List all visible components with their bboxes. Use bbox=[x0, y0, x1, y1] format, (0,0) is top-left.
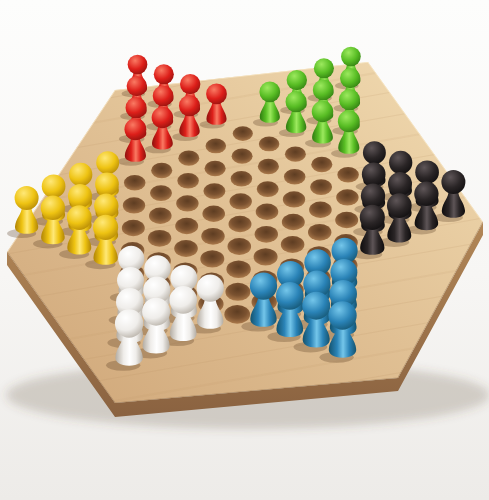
peg-head bbox=[312, 101, 333, 122]
peg-head bbox=[339, 89, 360, 110]
hole-c6-i3[interactable] bbox=[177, 173, 199, 189]
hole-c8-i6[interactable] bbox=[226, 260, 250, 278]
peg-head bbox=[415, 160, 439, 184]
peg-head bbox=[389, 151, 412, 174]
product-photo bbox=[0, 0, 489, 500]
hole-c9-i1[interactable] bbox=[259, 137, 280, 152]
peg-head bbox=[93, 215, 118, 240]
peg-head bbox=[96, 151, 119, 174]
peg-head bbox=[95, 172, 119, 196]
peg-head bbox=[124, 118, 146, 140]
peg-head bbox=[362, 162, 386, 186]
peg-head bbox=[94, 194, 118, 218]
peg-head bbox=[179, 95, 200, 116]
peg-head bbox=[197, 274, 224, 301]
peg-head bbox=[126, 97, 147, 118]
hole-c6-i5[interactable] bbox=[175, 218, 198, 235]
hole-c5-i5[interactable] bbox=[149, 208, 172, 224]
peg-head bbox=[287, 70, 307, 90]
hole-c12-i4[interactable] bbox=[337, 167, 359, 183]
peg-head bbox=[360, 205, 385, 230]
peg-head bbox=[259, 82, 280, 103]
peg-head bbox=[328, 301, 356, 329]
hole-c9-i6[interactable] bbox=[254, 248, 278, 265]
hole-c10-i6[interactable] bbox=[281, 236, 305, 253]
hole-c10-i5[interactable] bbox=[282, 214, 305, 231]
peg-head bbox=[68, 184, 92, 208]
hole-c11-i4[interactable] bbox=[310, 179, 332, 195]
hole-c4-i6[interactable] bbox=[122, 220, 145, 237]
hole-c8-i3[interactable] bbox=[230, 193, 252, 209]
peg-head bbox=[341, 47, 361, 67]
hole-c9-i3[interactable] bbox=[257, 181, 279, 197]
hole-c7-i4[interactable] bbox=[202, 206, 225, 222]
peg-head bbox=[128, 55, 148, 75]
hole-c8-i5[interactable] bbox=[228, 238, 252, 255]
chinese-checkers-board bbox=[0, 0, 489, 500]
hole-c8-i2[interactable] bbox=[231, 171, 253, 187]
peg-head bbox=[153, 86, 174, 107]
hole-c10-i4[interactable] bbox=[283, 191, 305, 207]
hole-c6-i6[interactable] bbox=[174, 240, 198, 257]
hole-c7-i1[interactable] bbox=[206, 139, 227, 154]
peg-head bbox=[361, 184, 385, 208]
peg-head bbox=[286, 91, 307, 112]
hole-c10-i2[interactable] bbox=[285, 147, 306, 162]
hole-c11-i3[interactable] bbox=[311, 157, 332, 172]
peg-head bbox=[169, 286, 197, 314]
hole-c6-i4[interactable] bbox=[176, 195, 198, 211]
hole-c9-i2[interactable] bbox=[258, 159, 279, 174]
peg-head bbox=[302, 292, 330, 320]
peg-head bbox=[127, 76, 147, 96]
hole-c10-i3[interactable] bbox=[284, 169, 306, 185]
peg-head bbox=[414, 182, 438, 206]
hole-c5-i4[interactable] bbox=[150, 185, 172, 201]
hole-c8-i0[interactable] bbox=[233, 126, 253, 141]
hole-c5-i6[interactable] bbox=[148, 230, 171, 247]
hole-c8-i4[interactable] bbox=[229, 216, 252, 233]
hole-c4-i5[interactable] bbox=[123, 197, 145, 213]
peg-head bbox=[387, 193, 412, 218]
peg-head bbox=[338, 110, 360, 132]
hole-c9-i4[interactable] bbox=[256, 204, 279, 220]
peg-head bbox=[388, 172, 412, 196]
peg-head bbox=[180, 74, 200, 94]
hole-c7-i3[interactable] bbox=[203, 183, 225, 199]
peg-head bbox=[41, 196, 65, 220]
hole-c6-i2[interactable] bbox=[178, 151, 199, 166]
peg-head bbox=[206, 84, 227, 105]
peg-head bbox=[142, 298, 170, 326]
peg-head bbox=[42, 174, 66, 198]
peg-head bbox=[15, 186, 39, 210]
hole-c12-i5[interactable] bbox=[336, 189, 358, 205]
hole-c11-i6[interactable] bbox=[308, 224, 331, 241]
peg-head bbox=[340, 68, 360, 88]
peg-head bbox=[314, 58, 334, 78]
peg-head bbox=[154, 64, 174, 84]
hole-c8-i8[interactable] bbox=[224, 305, 250, 324]
peg-head bbox=[313, 80, 334, 101]
peg-head bbox=[67, 205, 92, 230]
hole-c8-i7[interactable] bbox=[225, 283, 250, 301]
hole-c7-i2[interactable] bbox=[205, 161, 226, 176]
peg-head bbox=[441, 170, 465, 194]
hole-c9-i5[interactable] bbox=[255, 226, 278, 243]
peg-head bbox=[276, 282, 304, 310]
hole-c7-i5[interactable] bbox=[201, 228, 224, 245]
peg-head bbox=[69, 163, 92, 186]
peg-head bbox=[363, 141, 386, 164]
hole-c11-i5[interactable] bbox=[309, 202, 332, 218]
peg-head bbox=[152, 107, 173, 128]
hole-c12-i6[interactable] bbox=[335, 212, 358, 229]
hole-c7-i6[interactable] bbox=[200, 250, 224, 267]
peg-head bbox=[115, 309, 143, 337]
hole-c4-i4[interactable] bbox=[124, 175, 146, 191]
hole-c8-i1[interactable] bbox=[232, 149, 253, 164]
peg-head bbox=[250, 272, 277, 299]
hole-c5-i3[interactable] bbox=[151, 163, 172, 178]
